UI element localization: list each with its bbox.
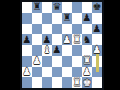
square-c3[interactable] bbox=[42, 56, 52, 67]
square-e1[interactable] bbox=[62, 77, 72, 88]
square-g5[interactable]: ♞ bbox=[82, 34, 92, 45]
square-h4[interactable]: ♟ bbox=[92, 45, 102, 56]
square-f7[interactable] bbox=[72, 13, 82, 24]
square-f8[interactable] bbox=[72, 2, 82, 13]
square-e2[interactable] bbox=[62, 67, 72, 78]
square-d3[interactable] bbox=[52, 56, 62, 67]
square-e6[interactable] bbox=[62, 24, 72, 35]
piece-black-queen-d8[interactable]: ♛ bbox=[52, 2, 62, 13]
square-c4[interactable]: ♝ bbox=[42, 45, 52, 56]
piece-black-king-h8[interactable]: ♚ bbox=[92, 2, 102, 13]
square-c8[interactable] bbox=[42, 2, 52, 13]
square-a6[interactable] bbox=[22, 24, 32, 35]
square-c1[interactable] bbox=[42, 77, 52, 88]
square-b1[interactable] bbox=[32, 77, 42, 88]
square-g1[interactable]: ♚ bbox=[82, 77, 92, 88]
square-h8[interactable]: ♚ bbox=[92, 2, 102, 13]
piece-white-pawn-e5[interactable]: ♟ bbox=[62, 34, 72, 45]
square-e5[interactable]: ♟ bbox=[62, 34, 72, 45]
square-c2[interactable] bbox=[42, 67, 52, 78]
square-d8[interactable]: ♛ bbox=[52, 2, 62, 13]
piece-black-pawn-a5[interactable]: ♟ bbox=[22, 34, 32, 45]
piece-white-king-g1[interactable]: ♚ bbox=[82, 77, 92, 88]
square-b2[interactable] bbox=[32, 67, 42, 78]
piece-white-pawn-b3[interactable]: ♟ bbox=[32, 56, 42, 67]
square-b6[interactable] bbox=[32, 24, 42, 35]
square-b3[interactable]: ♟ bbox=[32, 56, 42, 67]
square-f2[interactable] bbox=[72, 67, 82, 78]
square-h7[interactable] bbox=[92, 13, 102, 24]
piece-white-rook-g3[interactable]: ♜ bbox=[82, 56, 92, 67]
piece-black-pawn-h6[interactable]: ♟ bbox=[92, 24, 102, 35]
square-g3[interactable]: ♜ bbox=[82, 56, 92, 67]
square-f1[interactable]: ♜ bbox=[72, 77, 82, 88]
square-f6[interactable] bbox=[72, 24, 82, 35]
square-g6[interactable] bbox=[82, 24, 92, 35]
piece-black-rook-e7[interactable]: ♜ bbox=[62, 13, 72, 24]
square-c6[interactable] bbox=[42, 24, 52, 35]
square-a3[interactable] bbox=[22, 56, 32, 67]
piece-black-knight-g5[interactable]: ♞ bbox=[82, 34, 92, 45]
square-c5[interactable]: ♟ bbox=[42, 34, 52, 45]
square-d6[interactable] bbox=[52, 24, 62, 35]
square-d7[interactable] bbox=[52, 13, 62, 24]
square-d2[interactable] bbox=[52, 67, 62, 78]
square-h5[interactable] bbox=[92, 34, 102, 45]
square-b4[interactable] bbox=[32, 45, 42, 56]
square-d1[interactable] bbox=[52, 77, 62, 88]
piece-white-rook-f1[interactable]: ♜ bbox=[72, 77, 82, 88]
square-b7[interactable] bbox=[32, 13, 42, 24]
square-c7[interactable] bbox=[42, 13, 52, 24]
square-e4[interactable] bbox=[62, 45, 72, 56]
square-g4[interactable] bbox=[82, 45, 92, 56]
piece-white-pawn-a2[interactable]: ♟ bbox=[22, 67, 32, 78]
square-e3[interactable] bbox=[62, 56, 72, 67]
piece-white-rook-f5[interactable]: ♜ bbox=[72, 34, 82, 45]
chess-board: ♜♛♚♜♟♟♟♟♟♜♞♝♟♟♟♜♟♟♜♚ bbox=[22, 2, 102, 88]
piece-black-rook-b8[interactable]: ♜ bbox=[32, 2, 42, 13]
piece-black-pawn-g7[interactable]: ♟ bbox=[82, 13, 92, 24]
piece-black-pawn-d4[interactable]: ♟ bbox=[52, 45, 62, 56]
square-a2[interactable]: ♟ bbox=[22, 67, 32, 78]
square-a8[interactable] bbox=[22, 2, 32, 13]
square-a1[interactable] bbox=[22, 77, 32, 88]
square-f5[interactable]: ♜ bbox=[72, 34, 82, 45]
square-g7[interactable]: ♟ bbox=[82, 13, 92, 24]
square-f4[interactable] bbox=[72, 45, 82, 56]
piece-white-bishop-c4[interactable]: ♝ bbox=[42, 45, 52, 56]
square-f3[interactable] bbox=[72, 56, 82, 67]
square-g2[interactable]: ♟ bbox=[82, 67, 92, 78]
move-arrow-shaft bbox=[96, 54, 99, 72]
piece-black-pawn-c5[interactable]: ♟ bbox=[42, 34, 52, 45]
square-b5[interactable] bbox=[32, 34, 42, 45]
square-e7[interactable]: ♜ bbox=[62, 13, 72, 24]
square-h1[interactable] bbox=[92, 77, 102, 88]
square-b8[interactable]: ♜ bbox=[32, 2, 42, 13]
square-h6[interactable]: ♟ bbox=[92, 24, 102, 35]
piece-white-pawn-h4[interactable]: ♟ bbox=[92, 45, 102, 56]
square-a7[interactable] bbox=[22, 13, 32, 24]
piece-white-pawn-g2[interactable]: ♟ bbox=[82, 67, 92, 78]
square-a5[interactable]: ♟ bbox=[22, 34, 32, 45]
square-a4[interactable] bbox=[22, 45, 32, 56]
square-d4[interactable]: ♟ bbox=[52, 45, 62, 56]
